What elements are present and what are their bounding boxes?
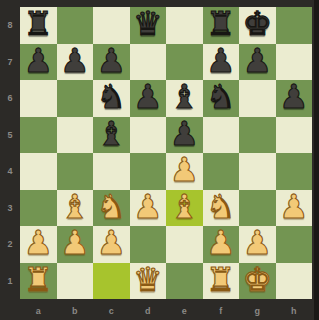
square-a6[interactable] <box>20 80 57 117</box>
rank-label-3: 3 <box>0 190 20 227</box>
white-bishop[interactable]: ♝ <box>60 189 90 226</box>
square-c5[interactable]: ♝ <box>93 117 130 154</box>
square-a1[interactable]: ♜ <box>20 263 57 300</box>
square-e4[interactable]: ♟ <box>166 153 203 190</box>
rank-label-7: 7 <box>0 44 20 81</box>
square-e2[interactable] <box>166 226 203 263</box>
square-f4[interactable] <box>203 153 240 190</box>
square-g6[interactable] <box>239 80 276 117</box>
black-knight[interactable]: ♞ <box>206 79 236 116</box>
square-h7[interactable] <box>276 44 313 81</box>
square-e1[interactable] <box>166 263 203 300</box>
white-pawn[interactable]: ♟ <box>96 225 126 262</box>
black-rook[interactable]: ♜ <box>23 6 53 43</box>
black-queen[interactable]: ♛ <box>133 6 163 43</box>
square-e3[interactable]: ♝ <box>166 190 203 227</box>
square-g8[interactable]: ♚ <box>239 7 276 44</box>
file-label-d: d <box>130 303 167 318</box>
square-e5[interactable]: ♟ <box>166 117 203 154</box>
square-d8[interactable]: ♛ <box>130 7 167 44</box>
square-c2[interactable]: ♟ <box>93 226 130 263</box>
square-h1[interactable] <box>276 263 313 300</box>
square-e8[interactable] <box>166 7 203 44</box>
square-f6[interactable]: ♞ <box>203 80 240 117</box>
file-label-c: c <box>93 303 130 318</box>
white-rook[interactable]: ♜ <box>23 262 53 299</box>
rank-labels: 87654321 <box>0 7 20 299</box>
square-a4[interactable] <box>20 153 57 190</box>
square-e7[interactable] <box>166 44 203 81</box>
square-b7[interactable]: ♟ <box>57 44 94 81</box>
square-c1[interactable] <box>93 263 130 300</box>
square-g4[interactable] <box>239 153 276 190</box>
square-b8[interactable] <box>57 7 94 44</box>
square-g2[interactable]: ♟ <box>239 226 276 263</box>
square-a3[interactable] <box>20 190 57 227</box>
white-pawn[interactable]: ♟ <box>169 152 199 189</box>
file-label-h: h <box>276 303 313 318</box>
chess-board[interactable]: ♜♛♜♚♟♟♟♟♟♞♟♝♞♟♝♟♟♝♞♟♝♞♟♟♟♟♟♟♜♛♜♚ <box>20 7 312 299</box>
square-a7[interactable]: ♟ <box>20 44 57 81</box>
square-f5[interactable] <box>203 117 240 154</box>
square-c7[interactable]: ♟ <box>93 44 130 81</box>
square-h5[interactable] <box>276 117 313 154</box>
square-d7[interactable] <box>130 44 167 81</box>
rank-label-1: 1 <box>0 263 20 300</box>
square-f1[interactable]: ♜ <box>203 263 240 300</box>
square-h4[interactable] <box>276 153 313 190</box>
black-pawn[interactable]: ♟ <box>133 79 163 116</box>
square-b2[interactable]: ♟ <box>57 226 94 263</box>
white-pawn[interactable]: ♟ <box>60 225 90 262</box>
square-b1[interactable] <box>57 263 94 300</box>
white-queen[interactable]: ♛ <box>133 262 163 299</box>
white-pawn[interactable]: ♟ <box>242 225 272 262</box>
black-pawn[interactable]: ♟ <box>242 43 272 80</box>
file-labels: abcdefgh <box>20 303 312 318</box>
file-label-e: e <box>166 303 203 318</box>
square-h3[interactable]: ♟ <box>276 190 313 227</box>
square-a8[interactable]: ♜ <box>20 7 57 44</box>
white-pawn[interactable]: ♟ <box>133 189 163 226</box>
square-h2[interactable] <box>276 226 313 263</box>
square-d5[interactable] <box>130 117 167 154</box>
square-c3[interactable]: ♞ <box>93 190 130 227</box>
rank-label-4: 4 <box>0 153 20 190</box>
black-pawn[interactable]: ♟ <box>60 43 90 80</box>
black-pawn[interactable]: ♟ <box>279 79 309 116</box>
square-b6[interactable] <box>57 80 94 117</box>
square-e6[interactable]: ♝ <box>166 80 203 117</box>
white-pawn[interactable]: ♟ <box>206 225 236 262</box>
white-pawn[interactable]: ♟ <box>279 189 309 226</box>
black-bishop[interactable]: ♝ <box>96 116 126 153</box>
black-king[interactable]: ♚ <box>242 6 272 43</box>
square-a5[interactable] <box>20 117 57 154</box>
square-a2[interactable]: ♟ <box>20 226 57 263</box>
rank-label-5: 5 <box>0 117 20 154</box>
black-rook[interactable]: ♜ <box>206 6 236 43</box>
black-bishop[interactable]: ♝ <box>169 79 199 116</box>
rank-label-2: 2 <box>0 226 20 263</box>
square-g5[interactable] <box>239 117 276 154</box>
file-label-g: g <box>239 303 276 318</box>
square-c4[interactable] <box>93 153 130 190</box>
square-d3[interactable]: ♟ <box>130 190 167 227</box>
file-label-b: b <box>57 303 94 318</box>
square-g3[interactable] <box>239 190 276 227</box>
file-label-a: a <box>20 303 57 318</box>
square-b3[interactable]: ♝ <box>57 190 94 227</box>
chess-app-window: 87654321 ♜♛♜♚♟♟♟♟♟♞♟♝♞♟♝♟♟♝♞♟♝♞♟♟♟♟♟♟♜♛♜… <box>0 0 319 320</box>
window-edge <box>314 0 319 320</box>
black-pawn[interactable]: ♟ <box>206 43 236 80</box>
file-label-f: f <box>203 303 240 318</box>
white-bishop[interactable]: ♝ <box>169 189 199 226</box>
white-pawn[interactable]: ♟ <box>23 225 53 262</box>
square-h8[interactable] <box>276 7 313 44</box>
square-d4[interactable] <box>130 153 167 190</box>
rank-label-6: 6 <box>0 80 20 117</box>
square-b5[interactable] <box>57 117 94 154</box>
square-d1[interactable]: ♛ <box>130 263 167 300</box>
square-c8[interactable] <box>93 7 130 44</box>
white-knight[interactable]: ♞ <box>206 189 236 226</box>
square-f8[interactable]: ♜ <box>203 7 240 44</box>
black-knight[interactable]: ♞ <box>96 79 126 116</box>
square-d6[interactable]: ♟ <box>130 80 167 117</box>
rank-label-8: 8 <box>0 7 20 44</box>
black-pawn[interactable]: ♟ <box>96 43 126 80</box>
black-pawn[interactable]: ♟ <box>169 116 199 153</box>
square-c6[interactable]: ♞ <box>93 80 130 117</box>
square-f3[interactable]: ♞ <box>203 190 240 227</box>
white-rook[interactable]: ♜ <box>206 262 236 299</box>
square-f7[interactable]: ♟ <box>203 44 240 81</box>
white-king[interactable]: ♚ <box>242 262 272 299</box>
square-g7[interactable]: ♟ <box>239 44 276 81</box>
square-h6[interactable]: ♟ <box>276 80 313 117</box>
square-f2[interactable]: ♟ <box>203 226 240 263</box>
square-b4[interactable] <box>57 153 94 190</box>
square-g1[interactable]: ♚ <box>239 263 276 300</box>
white-knight[interactable]: ♞ <box>96 189 126 226</box>
square-d2[interactable] <box>130 226 167 263</box>
black-pawn[interactable]: ♟ <box>23 43 53 80</box>
